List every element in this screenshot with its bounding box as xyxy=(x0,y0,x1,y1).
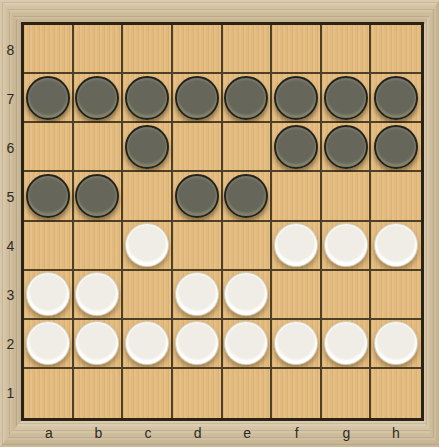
square-h7[interactable] xyxy=(371,74,421,123)
square-g2[interactable] xyxy=(322,320,372,369)
square-f4[interactable] xyxy=(272,222,322,271)
square-g4[interactable] xyxy=(322,222,372,271)
dark-piece-e7[interactable] xyxy=(224,76,268,120)
white-piece-c2[interactable] xyxy=(125,321,169,365)
white-piece-h2[interactable] xyxy=(374,321,418,365)
file-label-e: e xyxy=(222,421,272,445)
square-f6[interactable] xyxy=(272,123,322,172)
square-e2[interactable] xyxy=(223,320,273,369)
square-h1[interactable] xyxy=(371,369,421,418)
rank-label-1: 1 xyxy=(0,369,21,418)
file-label-b: b xyxy=(74,421,124,445)
board-grid xyxy=(24,25,421,418)
frame-right-plank xyxy=(424,0,439,447)
dark-piece-d7[interactable] xyxy=(175,76,219,120)
square-a2[interactable] xyxy=(24,320,74,369)
square-a4[interactable] xyxy=(24,222,74,271)
dark-piece-c6[interactable] xyxy=(125,125,169,169)
white-piece-b3[interactable] xyxy=(75,272,119,316)
dark-piece-c7[interactable] xyxy=(125,76,169,120)
square-g1[interactable] xyxy=(322,369,372,418)
dark-piece-f7[interactable] xyxy=(274,76,318,120)
square-b2[interactable] xyxy=(74,320,124,369)
square-g8[interactable] xyxy=(322,25,372,74)
white-piece-b2[interactable] xyxy=(75,321,119,365)
white-piece-a2[interactable] xyxy=(26,321,70,365)
white-piece-e3[interactable] xyxy=(224,272,268,316)
square-f8[interactable] xyxy=(272,25,322,74)
file-label-g: g xyxy=(322,421,372,445)
square-b1[interactable] xyxy=(74,369,124,418)
square-c6[interactable] xyxy=(123,123,173,172)
square-d3[interactable] xyxy=(173,271,223,320)
square-b4[interactable] xyxy=(74,222,124,271)
dark-piece-f6[interactable] xyxy=(274,125,318,169)
dark-piece-b7[interactable] xyxy=(75,76,119,120)
square-h6[interactable] xyxy=(371,123,421,172)
square-a1[interactable] xyxy=(24,369,74,418)
square-e5[interactable] xyxy=(223,172,273,221)
square-d6[interactable] xyxy=(173,123,223,172)
rank-label-5: 5 xyxy=(0,172,21,221)
square-f7[interactable] xyxy=(272,74,322,123)
square-e1[interactable] xyxy=(223,369,273,418)
rank-label-7: 7 xyxy=(0,74,21,123)
square-c5[interactable] xyxy=(123,172,173,221)
white-piece-e2[interactable] xyxy=(224,321,268,365)
file-label-a: a xyxy=(24,421,74,445)
square-g5[interactable] xyxy=(322,172,372,221)
square-g6[interactable] xyxy=(322,123,372,172)
dark-piece-a5[interactable] xyxy=(26,174,70,218)
square-a8[interactable] xyxy=(24,25,74,74)
square-h5[interactable] xyxy=(371,172,421,221)
white-piece-d2[interactable] xyxy=(175,321,219,365)
square-d5[interactable] xyxy=(173,172,223,221)
square-f2[interactable] xyxy=(272,320,322,369)
square-h3[interactable] xyxy=(371,271,421,320)
square-e3[interactable] xyxy=(223,271,273,320)
square-h4[interactable] xyxy=(371,222,421,271)
square-d1[interactable] xyxy=(173,369,223,418)
square-e7[interactable] xyxy=(223,74,273,123)
white-piece-a3[interactable] xyxy=(26,272,70,316)
white-piece-f2[interactable] xyxy=(274,321,318,365)
rank-label-2: 2 xyxy=(0,320,21,369)
square-b5[interactable] xyxy=(74,172,124,221)
square-f1[interactable] xyxy=(272,369,322,418)
dark-piece-g7[interactable] xyxy=(324,76,368,120)
white-piece-g2[interactable] xyxy=(324,321,368,365)
square-c8[interactable] xyxy=(123,25,173,74)
dark-piece-b5[interactable] xyxy=(75,174,119,218)
dark-piece-d5[interactable] xyxy=(175,174,219,218)
game-board xyxy=(21,22,424,421)
file-label-c: c xyxy=(123,421,173,445)
square-a7[interactable] xyxy=(24,74,74,123)
file-label-f: f xyxy=(272,421,322,445)
dark-piece-e5[interactable] xyxy=(224,174,268,218)
square-h8[interactable] xyxy=(371,25,421,74)
dark-piece-h6[interactable] xyxy=(374,125,418,169)
square-d8[interactable] xyxy=(173,25,223,74)
square-c3[interactable] xyxy=(123,271,173,320)
white-piece-h4[interactable] xyxy=(374,223,418,267)
rank-label-8: 8 xyxy=(0,25,21,74)
square-b7[interactable] xyxy=(74,74,124,123)
square-g3[interactable] xyxy=(322,271,372,320)
white-piece-d3[interactable] xyxy=(175,272,219,316)
dark-piece-g6[interactable] xyxy=(324,125,368,169)
square-f3[interactable] xyxy=(272,271,322,320)
dark-piece-a7[interactable] xyxy=(26,76,70,120)
file-label-d: d xyxy=(173,421,223,445)
square-e8[interactable] xyxy=(223,25,273,74)
square-c2[interactable] xyxy=(123,320,173,369)
file-label-h: h xyxy=(371,421,421,445)
square-c4[interactable] xyxy=(123,222,173,271)
square-e4[interactable] xyxy=(223,222,273,271)
square-a5[interactable] xyxy=(24,172,74,221)
rank-label-3: 3 xyxy=(0,271,21,320)
square-d2[interactable] xyxy=(173,320,223,369)
square-d7[interactable] xyxy=(173,74,223,123)
rank-label-4: 4 xyxy=(0,221,21,270)
square-b3[interactable] xyxy=(74,271,124,320)
rank-label-6: 6 xyxy=(0,123,21,172)
square-c7[interactable] xyxy=(123,74,173,123)
square-c1[interactable] xyxy=(123,369,173,418)
square-a6[interactable] xyxy=(24,123,74,172)
square-h2[interactable] xyxy=(371,320,421,369)
white-piece-f4[interactable] xyxy=(274,223,318,267)
white-piece-g4[interactable] xyxy=(324,223,368,267)
dark-piece-h7[interactable] xyxy=(374,76,418,120)
square-b8[interactable] xyxy=(74,25,124,74)
square-e6[interactable] xyxy=(223,123,273,172)
square-f5[interactable] xyxy=(272,172,322,221)
square-b6[interactable] xyxy=(74,123,124,172)
square-d4[interactable] xyxy=(173,222,223,271)
white-piece-c4[interactable] xyxy=(125,223,169,267)
breakthrough-board-window: 87654321 abcdefgh xyxy=(0,0,439,447)
square-g7[interactable] xyxy=(322,74,372,123)
square-a3[interactable] xyxy=(24,271,74,320)
